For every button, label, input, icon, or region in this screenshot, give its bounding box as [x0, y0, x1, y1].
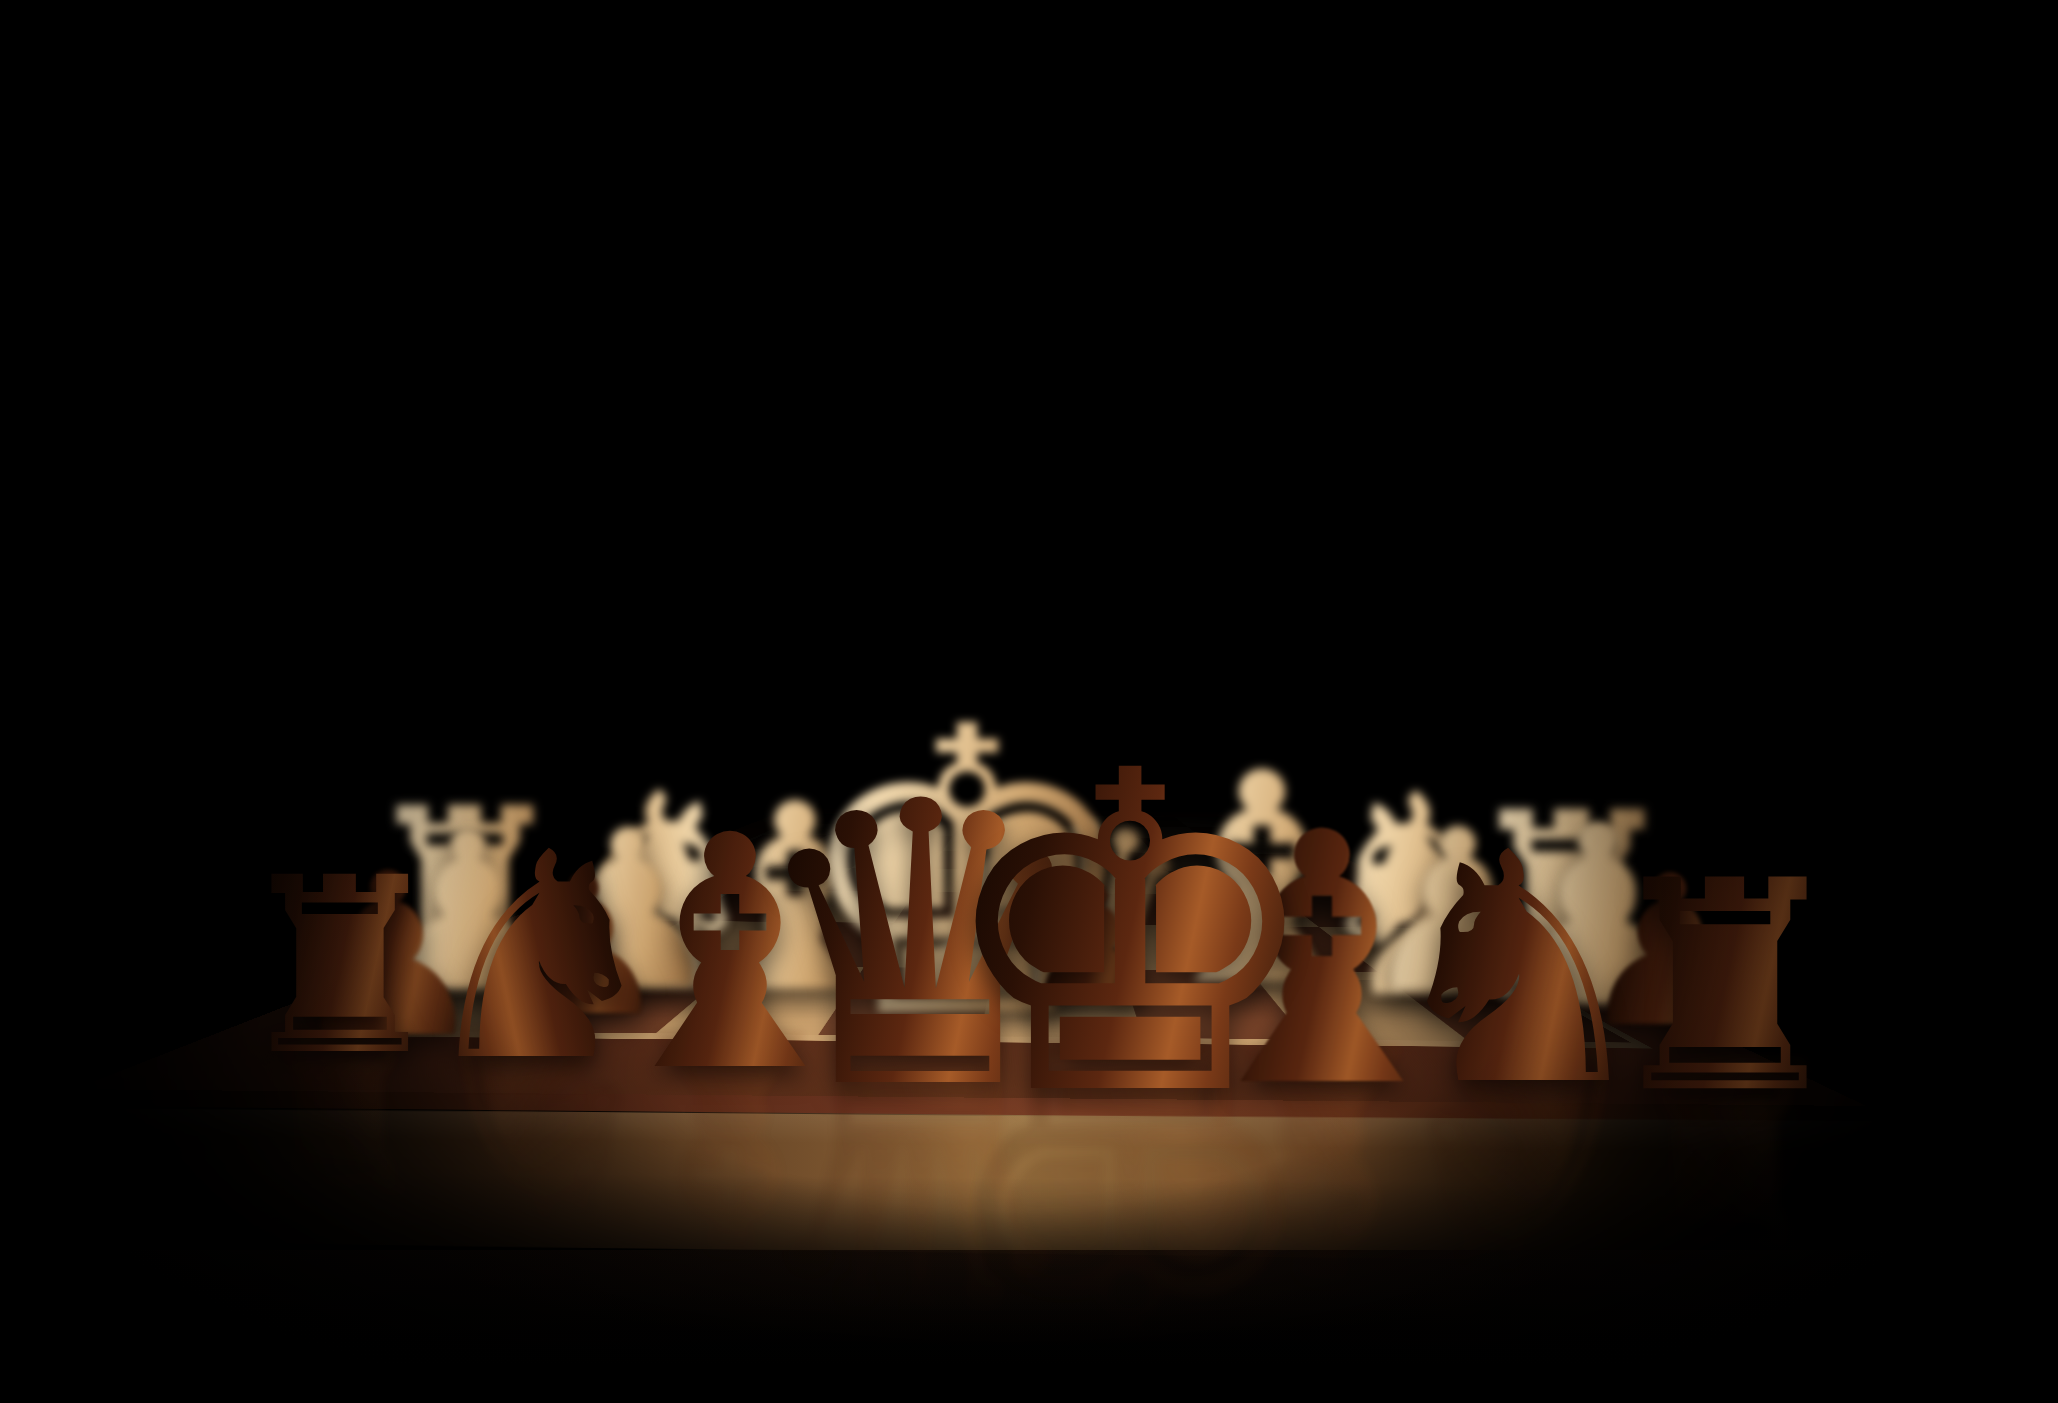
dark-rook-kingside: ♜ — [1595, 843, 1855, 1133]
dark-king: ♚ — [932, 715, 1327, 1156]
photo-background: ♜♟♟♞♝♚♟♛♝♞♟♜♟♟♟♟♟♜♜♞♞♝♝♛♛♚♚♝♝♞♞♜♜ — [0, 0, 2058, 1403]
pieces-layer: ♜♟♟♞♝♚♟♛♝♞♟♜♟♟♟♟♟♜♜♞♞♝♝♛♛♚♚♝♝♞♞♜♜ — [0, 0, 2058, 1403]
